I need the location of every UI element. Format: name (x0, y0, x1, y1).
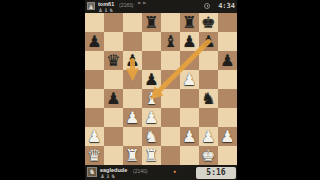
square-f8[interactable]: ♜ (180, 13, 199, 32)
square-h4[interactable] (218, 89, 237, 108)
square-b8[interactable] (104, 13, 123, 32)
square-d6[interactable] (142, 51, 161, 70)
piece-white-pawn[interactable]: ♟ (123, 108, 142, 127)
square-e4[interactable] (161, 89, 180, 108)
square-h5[interactable] (218, 70, 237, 89)
piece-white-bishop[interactable]: ♝ (142, 89, 161, 108)
square-b6[interactable]: ♛ (104, 51, 123, 70)
square-g2[interactable]: ♟ (199, 127, 218, 146)
piece-black-bishop[interactable]: ♝ (161, 32, 180, 51)
piece-black-pawn[interactable]: ♟ (123, 51, 142, 70)
piece-black-pawn[interactable]: ♟ (142, 70, 161, 89)
piece-white-king[interactable]: ♚ (199, 146, 218, 165)
square-d2[interactable]: ♞ (142, 127, 161, 146)
square-f7[interactable]: ♟ (180, 32, 199, 51)
square-a4[interactable] (85, 89, 104, 108)
badge-icon: ⚑⚑ (137, 1, 147, 6)
piece-white-pawn[interactable]: ♟ (180, 70, 199, 89)
square-g8[interactable]: ♚ (199, 13, 218, 32)
game-window: ♟ tom61 (2183) ⚑⚑ ♟♝♞ 4:34 ♜♜♚♟♝♟♟♛♟♟♟♟♟… (85, 0, 237, 180)
top-player-bar: ♟ tom61 (2183) ⚑⚑ ♟♝♞ 4:34 (85, 0, 237, 13)
piece-white-rook[interactable]: ♜ (123, 146, 142, 165)
square-d8[interactable]: ♜ (142, 13, 161, 32)
bottom-captured-pieces: ♟♝♞ (100, 173, 116, 179)
piece-white-pawn[interactable]: ♟ (85, 127, 104, 146)
piece-black-pawn[interactable]: ♟ (218, 51, 237, 70)
square-c7[interactable] (123, 32, 142, 51)
square-f1[interactable] (180, 146, 199, 165)
square-c1[interactable]: ♜ (123, 146, 142, 165)
square-f2[interactable]: ♟ (180, 127, 199, 146)
square-g7[interactable]: ♟ (199, 32, 218, 51)
piece-white-rook[interactable]: ♜ (142, 146, 161, 165)
bottom-player-rating: (2140) (133, 168, 147, 174)
square-e3[interactable] (161, 108, 180, 127)
square-g6[interactable] (199, 51, 218, 70)
piece-black-pawn[interactable]: ♟ (180, 32, 199, 51)
square-a7[interactable]: ♟ (85, 32, 104, 51)
square-f4[interactable] (180, 89, 199, 108)
square-e7[interactable]: ♝ (161, 32, 180, 51)
square-g3[interactable] (199, 108, 218, 127)
piece-black-king[interactable]: ♚ (199, 13, 218, 32)
piece-white-knight[interactable]: ♞ (142, 127, 161, 146)
square-e1[interactable] (161, 146, 180, 165)
square-b1[interactable] (104, 146, 123, 165)
square-d4[interactable]: ♝ (142, 89, 161, 108)
piece-white-pawn[interactable]: ♟ (142, 108, 161, 127)
piece-black-rook[interactable]: ♜ (142, 13, 161, 32)
top-player-clock: 4:34 (218, 2, 235, 10)
square-g1[interactable]: ♚ (199, 146, 218, 165)
square-b4[interactable]: ♟ (104, 89, 123, 108)
square-h6[interactable]: ♟ (218, 51, 237, 70)
piece-white-pawn[interactable]: ♟ (218, 127, 237, 146)
square-b7[interactable] (104, 32, 123, 51)
square-b2[interactable] (104, 127, 123, 146)
square-f5[interactable]: ♟ (180, 70, 199, 89)
piece-black-rook[interactable]: ♜ (180, 13, 199, 32)
piece-black-pawn[interactable]: ♟ (85, 32, 104, 51)
square-f6[interactable] (180, 51, 199, 70)
square-a5[interactable] (85, 70, 104, 89)
square-e2[interactable] (161, 127, 180, 146)
square-d5[interactable]: ♟ (142, 70, 161, 89)
bottom-player-clock: 5:16 (196, 167, 236, 179)
square-a3[interactable] (85, 108, 104, 127)
square-a8[interactable] (85, 13, 104, 32)
square-c8[interactable] (123, 13, 142, 32)
square-e6[interactable] (161, 51, 180, 70)
piece-black-pawn[interactable]: ♟ (104, 89, 123, 108)
square-b5[interactable] (104, 70, 123, 89)
board[interactable]: ♜♜♚♟♝♟♟♛♟♟♟♟♟♝♞♟♟♟♞♟♟♟♛♜♜♚ (85, 13, 237, 165)
square-e5[interactable] (161, 70, 180, 89)
square-h1[interactable] (218, 146, 237, 165)
piece-black-knight[interactable]: ♞ (199, 89, 218, 108)
piece-black-pawn[interactable]: ♟ (199, 32, 218, 51)
square-c5[interactable] (123, 70, 142, 89)
square-g4[interactable]: ♞ (199, 89, 218, 108)
square-d3[interactable]: ♟ (142, 108, 161, 127)
piece-black-queen[interactable]: ♛ (104, 51, 123, 70)
clock-icon (204, 3, 210, 9)
square-h3[interactable] (218, 108, 237, 127)
avatar-icon[interactable]: ♟ (87, 2, 95, 10)
square-d7[interactable] (142, 32, 161, 51)
bottom-player-bar: ♞ eagledude (2140) ● ♟♝♞ 5:16 (85, 165, 237, 180)
square-b3[interactable] (104, 108, 123, 127)
piece-white-pawn[interactable]: ♟ (180, 127, 199, 146)
square-a2[interactable]: ♟ (85, 127, 104, 146)
piece-white-queen[interactable]: ♛ (85, 146, 104, 165)
square-c2[interactable] (123, 127, 142, 146)
square-h7[interactable] (218, 32, 237, 51)
square-f3[interactable] (180, 108, 199, 127)
square-a6[interactable] (85, 51, 104, 70)
square-g5[interactable] (199, 70, 218, 89)
flair-icon: ● (173, 168, 176, 174)
top-player-rating: (2183) (119, 2, 133, 8)
square-h8[interactable] (218, 13, 237, 32)
square-d1[interactable]: ♜ (142, 146, 161, 165)
square-h2[interactable]: ♟ (218, 127, 237, 146)
top-captured-pieces: ♟♝♞ (98, 7, 114, 13)
avatar-icon[interactable]: ♞ (87, 167, 97, 177)
square-c4[interactable] (123, 89, 142, 108)
square-e8[interactable] (161, 13, 180, 32)
square-c3[interactable]: ♟ (123, 108, 142, 127)
square-c6[interactable]: ♟ (123, 51, 142, 70)
piece-white-pawn[interactable]: ♟ (199, 127, 218, 146)
square-a1[interactable]: ♛ (85, 146, 104, 165)
